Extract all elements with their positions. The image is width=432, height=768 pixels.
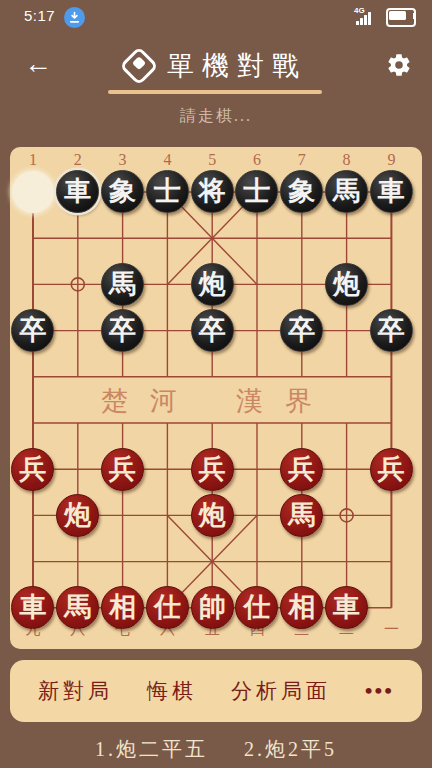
action-bar: 新對局 悔棋 分析局面 ••• [10, 660, 422, 722]
status-bar: 5:17 4G [0, 0, 432, 34]
title-underline [108, 90, 322, 94]
piece-red-advisor[interactable]: 仕 [235, 586, 278, 629]
file-number: 8 [343, 151, 351, 169]
piece-red-cannon[interactable]: 炮 [56, 494, 99, 537]
new-game-button[interactable]: 新對局 [38, 677, 113, 705]
piece-black-elephant[interactable]: 象 [280, 170, 323, 213]
battery-icon [386, 8, 416, 24]
file-number: 6 [253, 151, 261, 169]
piece-red-cannon[interactable]: 炮 [191, 494, 234, 537]
settings-button[interactable] [380, 46, 418, 84]
file-number: 5 [208, 151, 216, 169]
piece-red-chariot[interactable]: 車 [325, 586, 368, 629]
download-notification-icon [64, 7, 85, 28]
app-screen: 5:17 4G ← 單機對戰 請走棋... [0, 0, 432, 768]
piece-black-soldier[interactable]: 卒 [191, 309, 234, 352]
undo-move-button[interactable]: 悔棋 [147, 677, 197, 705]
file-number: 7 [298, 151, 306, 169]
file-number: 9 [387, 151, 395, 169]
piece-red-elephant[interactable]: 相 [101, 586, 144, 629]
piece-black-horse[interactable]: 馬 [101, 263, 144, 306]
analyze-position-button[interactable]: 分析局面 [231, 677, 331, 705]
piece-grid: 車象士将士象馬車馬炮炮卒卒卒卒卒兵兵兵兵兵炮炮馬車馬相仕帥仕相車 [11, 169, 414, 631]
clock-time: 5:17 [24, 7, 55, 24]
piece-black-cannon[interactable]: 炮 [191, 263, 234, 306]
app-logo-diamond-icon [119, 46, 159, 86]
download-icon [68, 11, 81, 24]
piece-black-soldier[interactable]: 卒 [280, 309, 323, 352]
piece-red-soldier[interactable]: 兵 [370, 448, 413, 491]
piece-black-elephant[interactable]: 象 [101, 170, 144, 213]
piece-red-horse[interactable]: 馬 [56, 586, 99, 629]
piece-red-horse[interactable]: 馬 [280, 494, 323, 537]
move-entry: 2.炮2平5 [244, 738, 337, 760]
piece-red-chariot[interactable]: 車 [11, 586, 54, 629]
piece-black-soldier[interactable]: 卒 [370, 309, 413, 352]
page-title: 單機對戰 [167, 48, 307, 84]
last-move-origin-highlight [12, 171, 54, 213]
piece-black-cannon[interactable]: 炮 [325, 263, 368, 306]
piece-red-elephant[interactable]: 相 [280, 586, 323, 629]
signal-strength-icon: 4G [354, 6, 376, 26]
piece-black-soldier[interactable]: 卒 [11, 309, 54, 352]
more-options-button[interactable]: ••• [365, 678, 394, 704]
file-number: 3 [119, 151, 127, 169]
piece-black-horse[interactable]: 馬 [325, 170, 368, 213]
xiangqi-board[interactable]: 123456789 楚河 漢界 九八七六五四三二一 車象士将士象馬車馬炮炮卒卒卒… [10, 147, 422, 649]
app-header: ← 單機對戰 [0, 40, 432, 92]
piece-black-chariot[interactable]: 車 [56, 170, 99, 213]
piece-black-chariot[interactable]: 車 [370, 170, 413, 213]
piece-black-soldier[interactable]: 卒 [101, 309, 144, 352]
piece-black-advisor[interactable]: 士 [146, 170, 189, 213]
file-number: 4 [163, 151, 171, 169]
move-entry: 1.炮二平五 [95, 738, 208, 760]
move-list: 1.炮二平五 2.炮2平5 [0, 736, 432, 763]
piece-black-advisor[interactable]: 士 [235, 170, 278, 213]
piece-red-soldier[interactable]: 兵 [280, 448, 323, 491]
piece-red-advisor[interactable]: 仕 [146, 586, 189, 629]
file-number: 1 [29, 151, 37, 169]
turn-status-text: 請走棋... [0, 106, 432, 127]
piece-red-soldier[interactable]: 兵 [101, 448, 144, 491]
piece-red-soldier[interactable]: 兵 [11, 448, 54, 491]
piece-red-general[interactable]: 帥 [191, 586, 234, 629]
gear-icon [386, 52, 412, 78]
file-number: 2 [74, 151, 82, 169]
piece-red-soldier[interactable]: 兵 [191, 448, 234, 491]
piece-black-general[interactable]: 将 [191, 170, 234, 213]
